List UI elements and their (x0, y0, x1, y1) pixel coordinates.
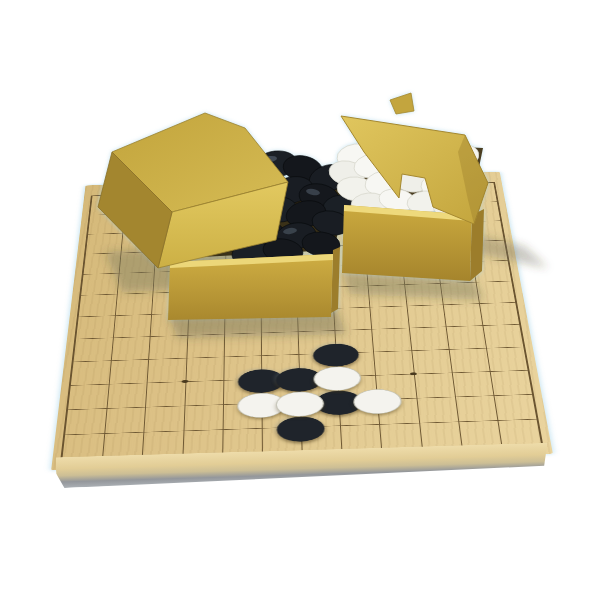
stone-boxes-overlay (0, 0, 600, 600)
right-lid-corner (390, 93, 414, 114)
go-set-photo: ●●●●●●●●● (0, 0, 600, 600)
